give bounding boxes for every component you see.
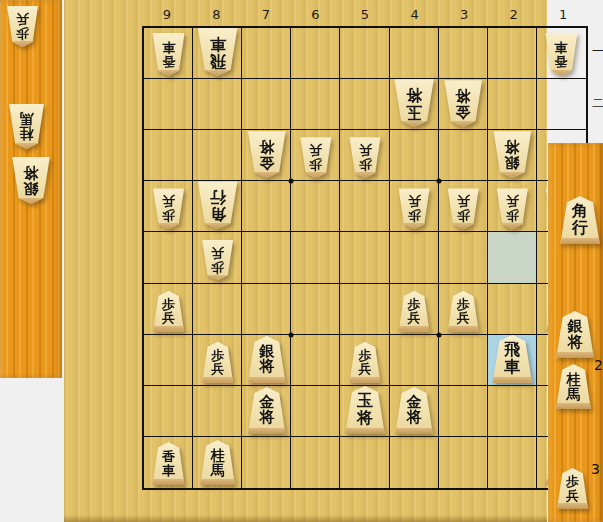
piece-kanji: 歩兵	[201, 342, 234, 383]
piece-kanji: 桂馬	[8, 104, 45, 149]
piece-kanji: 銀将	[247, 336, 287, 383]
kanji-char: 歩	[211, 260, 224, 274]
square-5-6[interactable]	[340, 284, 389, 335]
piece-kanji: 銀将	[11, 157, 51, 204]
kanji-char: 歩	[359, 158, 372, 172]
square-2-9[interactable]	[488, 437, 537, 488]
file-label: 8	[192, 3, 242, 25]
square-8-6[interactable]	[193, 284, 242, 335]
kanji-char: 車	[555, 41, 568, 55]
piece-kanji: 歩兵	[496, 188, 529, 229]
sente-captured-stand: 角行銀将桂馬2歩兵3	[548, 143, 603, 522]
kanji-char: 将	[505, 139, 520, 155]
kanji-char: 馬	[20, 112, 34, 127]
file-label: 3	[439, 3, 489, 25]
piece-kanji: 角行	[559, 196, 601, 244]
piece-king[interactable]: 玉将	[344, 386, 386, 434]
square-5-1[interactable]	[340, 28, 389, 79]
square-4-5[interactable]	[390, 232, 439, 283]
square-9-8[interactable]	[144, 386, 193, 437]
piece-pawn[interactable]: 歩兵	[556, 468, 589, 509]
piece-kanji: 歩兵	[398, 291, 431, 332]
kanji-char: 銀	[505, 155, 520, 171]
kanji-char: 兵	[211, 362, 224, 376]
captured-bishop[interactable]: 角行	[559, 196, 601, 244]
kanji-char: 兵	[162, 195, 175, 209]
square-6-9[interactable]	[291, 437, 340, 488]
kanji-char: 将	[456, 88, 471, 104]
square-3-1[interactable]	[439, 28, 488, 79]
kanji-char: 兵	[457, 311, 470, 325]
kanji-char: 角	[210, 205, 226, 222]
piece-bishop[interactable]: 角行	[197, 181, 239, 229]
piece-pawn[interactable]: 歩兵	[299, 137, 332, 178]
piece-kanji: 歩兵	[447, 188, 480, 229]
kanji-char: 歩	[16, 27, 29, 41]
piece-kanji: 金将	[247, 387, 287, 434]
file-labels: 987654321	[142, 3, 588, 25]
kanji-char: 将	[259, 139, 274, 155]
kanji-char: 歩	[309, 158, 322, 172]
kanji-char: 兵	[506, 195, 519, 209]
square-5-9[interactable]	[340, 437, 389, 488]
kanji-char: 車	[162, 464, 175, 478]
kanji-char: 将	[259, 359, 274, 375]
piece-pawn[interactable]: 歩兵	[201, 240, 234, 281]
square-6-8[interactable]	[291, 386, 340, 437]
file-label: 2	[489, 3, 539, 25]
square-3-7[interactable]	[439, 335, 488, 386]
piece-kanji: 角行	[197, 181, 239, 229]
piece-kanji: 飛車	[491, 335, 533, 383]
piece-kanji: 歩兵	[201, 240, 234, 281]
square-2-8[interactable]	[488, 386, 537, 437]
kanji-char: 兵	[162, 311, 175, 325]
square-4-3[interactable]	[390, 130, 439, 181]
piece-kanji: 歩兵	[152, 188, 185, 229]
kanji-char: 歩	[211, 349, 224, 363]
piece-knight[interactable]: 桂馬	[555, 364, 592, 409]
square-5-2[interactable]	[340, 79, 389, 130]
kanji-char: 歩	[162, 209, 175, 223]
kanji-char: 将	[259, 410, 274, 426]
kanji-char: 兵	[359, 144, 372, 158]
captured-silver[interactable]: 銀将	[555, 311, 595, 358]
square-6-7[interactable]	[291, 335, 340, 386]
piece-pawn[interactable]: 歩兵	[398, 291, 431, 332]
piece-kanji: 金将	[443, 80, 483, 127]
kanji-char: 金	[456, 104, 471, 120]
kanji-char: 兵	[408, 195, 421, 209]
kanji-char: 銀	[24, 181, 39, 197]
kanji-char: 将	[406, 86, 422, 103]
piece-pawn[interactable]: 歩兵	[496, 188, 529, 229]
kanji-char: 兵	[16, 13, 29, 27]
kanji-char: 玉	[406, 103, 422, 120]
kanji-char: 香	[162, 450, 175, 464]
square-8-3[interactable]	[193, 130, 242, 181]
kanji-char: 将	[24, 165, 39, 181]
piece-pawn[interactable]: 歩兵	[201, 342, 234, 383]
kanji-char: 歩	[359, 349, 372, 363]
piece-knight[interactable]: 桂馬	[199, 440, 236, 485]
square-6-5[interactable]	[291, 232, 340, 283]
kanji-char: 将	[357, 410, 373, 427]
kanji-char: 行	[210, 189, 226, 206]
square-7-6[interactable]	[242, 284, 291, 335]
piece-silver[interactable]: 銀将	[11, 157, 51, 204]
piece-kanji: 玉将	[393, 79, 435, 127]
piece-king[interactable]: 玉将	[393, 79, 435, 127]
captured-pawn[interactable]: 歩兵	[6, 6, 39, 47]
kanji-char: 桂	[567, 372, 581, 387]
kanji-char: 歩	[457, 298, 470, 312]
square-7-2[interactable]	[242, 79, 291, 130]
file-label: 4	[390, 3, 440, 25]
kanji-char: 兵	[457, 195, 470, 209]
piece-pawn[interactable]: 歩兵	[349, 137, 382, 178]
square-1-2[interactable]	[537, 79, 586, 130]
square-9-2[interactable]	[144, 79, 193, 130]
kanji-char: 歩	[506, 209, 519, 223]
captured-silver[interactable]: 銀将	[11, 157, 51, 204]
file-label: 5	[340, 3, 390, 25]
file-label: 6	[291, 3, 341, 25]
piece-bishop[interactable]: 角行	[559, 196, 601, 244]
piece-kanji: 歩兵	[6, 6, 39, 47]
piece-gold[interactable]: 金将	[247, 387, 287, 434]
kanji-char: 歩	[408, 209, 421, 223]
piece-lance[interactable]: 香車	[152, 442, 186, 485]
kanji-char: 行	[572, 220, 588, 237]
kanji-char: 桂	[20, 127, 34, 142]
square-4-1[interactable]	[390, 28, 439, 79]
square-5-5[interactable]	[340, 232, 389, 283]
square-7-1[interactable]	[242, 28, 291, 79]
piece-kanji: 歩兵	[447, 291, 480, 332]
kanji-char: 車	[210, 35, 226, 52]
file-label: 1	[538, 3, 588, 25]
kanji-char: 香	[162, 55, 175, 69]
piece-gold[interactable]: 金将	[443, 80, 483, 127]
square-4-9[interactable]	[390, 437, 439, 488]
piece-pawn[interactable]: 歩兵	[398, 188, 431, 229]
kanji-char: 車	[504, 359, 520, 376]
square-9-7[interactable]	[144, 335, 193, 386]
square-9-5[interactable]	[144, 232, 193, 283]
captured-count: 3	[591, 461, 600, 477]
captured-knight[interactable]: 桂馬	[8, 104, 45, 149]
square-2-2[interactable]	[488, 79, 537, 130]
square-6-1[interactable]	[291, 28, 340, 79]
square-6-2[interactable]	[291, 79, 340, 130]
piece-pawn[interactable]: 歩兵	[447, 291, 480, 332]
piece-kanji: 歩兵	[299, 137, 332, 178]
piece-rook[interactable]: 飛車	[197, 28, 239, 76]
captured-count: 2	[594, 357, 603, 373]
piece-kanji: 桂馬	[199, 440, 236, 485]
square-4-7[interactable]	[390, 335, 439, 386]
rank-label: 一	[587, 26, 603, 78]
square-8-2[interactable]	[193, 79, 242, 130]
piece-silver[interactable]: 銀将	[555, 311, 595, 358]
kanji-char: 歩	[457, 209, 470, 223]
piece-kanji: 香車	[152, 33, 186, 76]
piece-kanji: 金将	[247, 131, 287, 178]
square-6-6[interactable]	[291, 284, 340, 335]
kanji-char: 将	[407, 410, 422, 426]
square-3-9[interactable]	[439, 437, 488, 488]
square-3-5[interactable]	[439, 232, 488, 283]
square-2-1[interactable]	[488, 28, 537, 79]
piece-silver[interactable]: 銀将	[492, 131, 532, 178]
piece-kanji: 歩兵	[398, 188, 431, 229]
square-9-3[interactable]	[144, 130, 193, 181]
kanji-char: 馬	[211, 463, 225, 478]
piece-kanji: 玉将	[344, 386, 386, 434]
piece-kanji: 歩兵	[556, 468, 589, 509]
kanji-char: 将	[568, 335, 583, 351]
kanji-char: 香	[555, 55, 568, 69]
square-2-5[interactable]	[488, 232, 537, 283]
kanji-char: 兵	[359, 362, 372, 376]
piece-knight[interactable]: 桂馬	[8, 104, 45, 149]
square-6-4[interactable]	[291, 181, 340, 232]
kanji-char: 金	[259, 155, 274, 171]
file-label: 7	[241, 3, 291, 25]
kanji-char: 兵	[309, 144, 322, 158]
kanji-char: 歩	[408, 298, 421, 312]
piece-kanji: 桂馬	[555, 364, 592, 409]
square-2-6[interactable]	[488, 284, 537, 335]
kanji-char: 兵	[408, 311, 421, 325]
kanji-char: 飛	[210, 52, 226, 69]
piece-pawn[interactable]: 歩兵	[152, 291, 185, 332]
kanji-char: 兵	[211, 246, 224, 260]
gote-captured-stand: 歩兵桂馬銀将	[0, 0, 62, 378]
piece-pawn[interactable]: 歩兵	[152, 188, 185, 229]
piece-pawn[interactable]: 歩兵	[6, 6, 39, 47]
piece-lance[interactable]: 香車	[544, 33, 578, 76]
kanji-char: 歩	[162, 298, 175, 312]
piece-kanji: 香車	[544, 33, 578, 76]
kanji-char: 歩	[566, 475, 579, 489]
square-3-8[interactable]	[439, 386, 488, 437]
kanji-char: 馬	[567, 387, 581, 402]
square-7-4[interactable]	[242, 181, 291, 232]
piece-kanji: 銀将	[555, 311, 595, 358]
square-3-3[interactable]	[439, 130, 488, 181]
file-label: 9	[142, 3, 192, 25]
kanji-char: 車	[162, 41, 175, 55]
square-5-4[interactable]	[340, 181, 389, 232]
kanji-char: 桂	[211, 448, 225, 463]
piece-kanji: 飛車	[197, 28, 239, 76]
piece-silver[interactable]: 銀将	[247, 336, 287, 383]
piece-pawn[interactable]: 歩兵	[447, 188, 480, 229]
piece-gold[interactable]: 金将	[394, 387, 434, 434]
kanji-char: 兵	[566, 489, 579, 503]
captured-pawn[interactable]: 歩兵3	[556, 468, 589, 509]
piece-kanji: 歩兵	[152, 291, 185, 332]
piece-lance[interactable]: 香車	[152, 33, 186, 76]
piece-kanji: 歩兵	[349, 137, 382, 178]
piece-kanji: 香車	[152, 442, 186, 485]
piece-kanji: 金将	[394, 387, 434, 434]
square-8-8[interactable]	[193, 386, 242, 437]
piece-rook[interactable]: 飛車	[491, 335, 533, 383]
square-7-9[interactable]	[242, 437, 291, 488]
piece-gold[interactable]: 金将	[247, 131, 287, 178]
rank-label: 二	[587, 78, 603, 130]
piece-pawn[interactable]: 歩兵	[349, 342, 382, 383]
piece-kanji: 歩兵	[349, 342, 382, 383]
captured-knight[interactable]: 桂馬2	[555, 364, 592, 409]
square-7-5[interactable]	[242, 232, 291, 283]
shogi-app: 歩兵桂馬銀将 987654321 一二三四五六七八九 香車飛車香車玉将金将金将歩…	[0, 0, 603, 522]
shogi-board: 987654321 一二三四五六七八九 香車飛車香車玉将金将金将歩兵歩兵銀将歩兵…	[64, 0, 547, 522]
piece-kanji: 銀将	[492, 131, 532, 178]
